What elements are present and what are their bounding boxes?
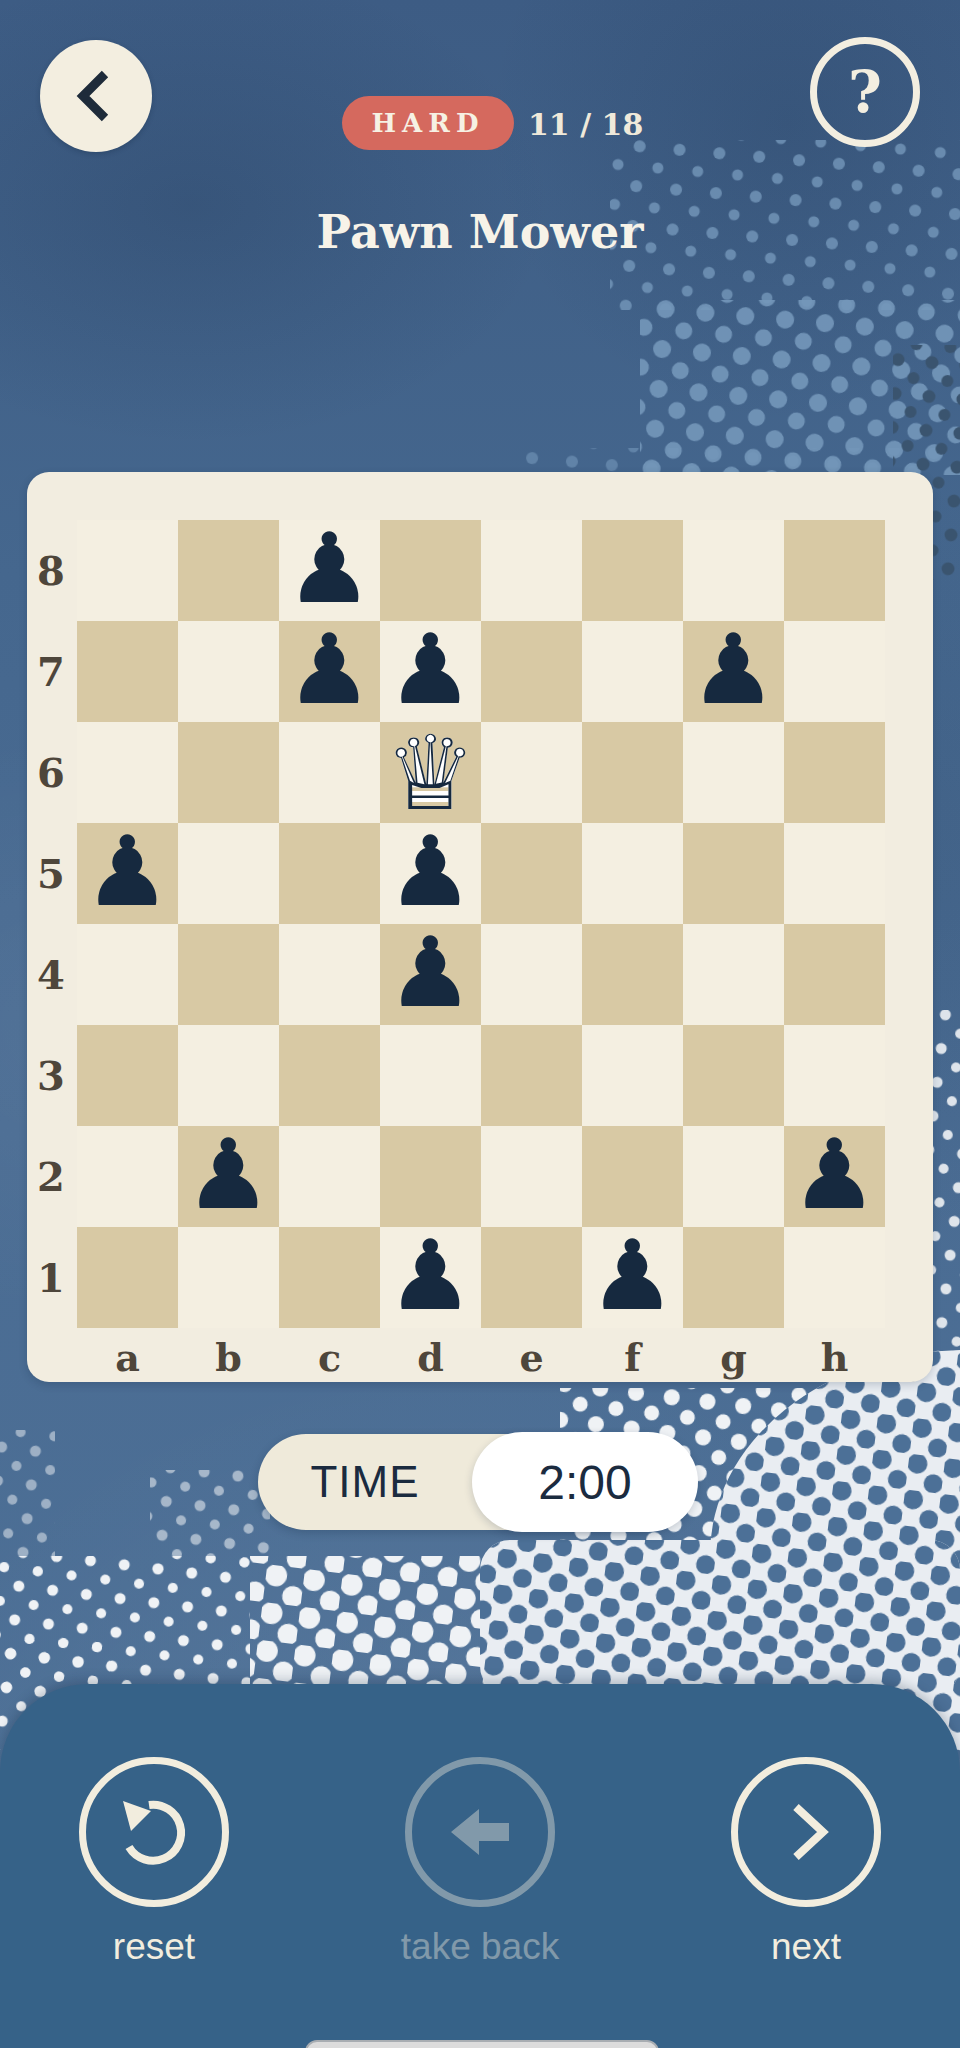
square-h2[interactable]: ♟ — [784, 1126, 885, 1227]
square-a7[interactable] — [77, 621, 178, 722]
square-e8[interactable] — [481, 520, 582, 621]
file-label-e: e — [481, 1336, 582, 1378]
square-e7[interactable] — [481, 621, 582, 722]
next-button[interactable] — [731, 1757, 881, 1907]
file-label-b: b — [178, 1336, 279, 1378]
file-label-c: c — [279, 1336, 380, 1378]
square-d6[interactable]: ♛♕ — [380, 722, 481, 823]
square-a8[interactable] — [77, 520, 178, 621]
black-pawn-d1[interactable]: ♟ — [387, 1225, 474, 1326]
black-pawn-a5[interactable]: ♟ — [84, 821, 171, 922]
square-d8[interactable] — [380, 520, 481, 621]
question-mark-icon: ? — [848, 58, 882, 126]
square-f2[interactable] — [582, 1126, 683, 1227]
next-label: next — [676, 1926, 936, 1968]
take-back-label: take back — [350, 1926, 610, 1968]
square-f6[interactable] — [582, 722, 683, 823]
square-g6[interactable] — [683, 722, 784, 823]
back-button[interactable] — [40, 40, 152, 152]
square-d4[interactable]: ♟ — [380, 924, 481, 1025]
square-f5[interactable] — [582, 823, 683, 924]
black-pawn-b2[interactable]: ♟ — [185, 1124, 272, 1225]
square-c7[interactable]: ♟ — [279, 621, 380, 722]
reset-label: reset — [24, 1926, 284, 1968]
square-c1[interactable] — [279, 1227, 380, 1328]
chevron-left-icon — [61, 61, 131, 131]
square-a3[interactable] — [77, 1025, 178, 1126]
square-f1[interactable]: ♟ — [582, 1227, 683, 1328]
square-e5[interactable] — [481, 823, 582, 924]
square-b3[interactable] — [178, 1025, 279, 1126]
square-g8[interactable] — [683, 520, 784, 621]
square-f3[interactable] — [582, 1025, 683, 1126]
square-h4[interactable] — [784, 924, 885, 1025]
square-c5[interactable] — [279, 823, 380, 924]
square-b5[interactable] — [178, 823, 279, 924]
puzzle-progress: 11 / 18 — [528, 102, 648, 146]
file-label-d: d — [380, 1336, 481, 1378]
square-b8[interactable] — [178, 520, 279, 621]
black-pawn-h2[interactable]: ♟ — [791, 1124, 878, 1225]
square-h7[interactable] — [784, 621, 885, 722]
square-b1[interactable] — [178, 1227, 279, 1328]
black-pawn-f1[interactable]: ♟ — [589, 1225, 676, 1326]
square-g1[interactable] — [683, 1227, 784, 1328]
white-queen-d6[interactable]: ♛♕ — [380, 722, 481, 823]
timer-label: TIME — [258, 1434, 472, 1530]
square-e6[interactable] — [481, 722, 582, 823]
queen-outline: ♕ — [380, 722, 481, 823]
square-h6[interactable] — [784, 722, 885, 823]
square-a4[interactable] — [77, 924, 178, 1025]
square-f8[interactable] — [582, 520, 683, 621]
square-d7[interactable]: ♟ — [380, 621, 481, 722]
square-a5[interactable]: ♟ — [77, 823, 178, 924]
square-b4[interactable] — [178, 924, 279, 1025]
square-h3[interactable] — [784, 1025, 885, 1126]
rank-label-1: 1 — [33, 1227, 69, 1328]
rank-label-4: 4 — [33, 924, 69, 1025]
square-f7[interactable] — [582, 621, 683, 722]
square-g4[interactable] — [683, 924, 784, 1025]
square-g2[interactable] — [683, 1126, 784, 1227]
square-g5[interactable] — [683, 823, 784, 924]
timer-value: 2:00 — [472, 1432, 698, 1532]
difficulty-badge: HARD — [342, 96, 514, 150]
rank-label-7: 7 — [33, 621, 69, 722]
reset-button[interactable] — [79, 1757, 229, 1907]
square-e2[interactable] — [481, 1126, 582, 1227]
square-c3[interactable] — [279, 1025, 380, 1126]
page-title: Pawn Mower — [0, 202, 960, 262]
square-g7[interactable]: ♟ — [683, 621, 784, 722]
difficulty-label: HARD — [372, 108, 485, 138]
square-b6[interactable] — [178, 722, 279, 823]
rank-label-6: 6 — [33, 722, 69, 823]
square-c4[interactable] — [279, 924, 380, 1025]
file-label-a: a — [77, 1336, 178, 1378]
square-h8[interactable] — [784, 520, 885, 621]
black-pawn-d7[interactable]: ♟ — [387, 619, 474, 720]
square-c2[interactable] — [279, 1126, 380, 1227]
square-d5[interactable]: ♟ — [380, 823, 481, 924]
black-pawn-d5[interactable]: ♟ — [387, 821, 474, 922]
square-d3[interactable] — [380, 1025, 481, 1126]
square-a6[interactable] — [77, 722, 178, 823]
file-label-g: g — [683, 1336, 784, 1378]
rank-label-2: 2 — [33, 1126, 69, 1227]
chess-board-panel: ♟♟♟♟♛♕♟♟♟♟♟♟♟ 87654321abcdefgh — [27, 472, 933, 1382]
square-e4[interactable] — [481, 924, 582, 1025]
square-f4[interactable] — [582, 924, 683, 1025]
reset-rotate-icon — [111, 1789, 197, 1875]
square-h1[interactable] — [784, 1227, 885, 1328]
black-pawn-c8[interactable]: ♟ — [286, 518, 373, 619]
file-label-f: f — [582, 1336, 683, 1378]
square-h5[interactable] — [784, 823, 885, 924]
square-b7[interactable] — [178, 621, 279, 722]
square-d1[interactable]: ♟ — [380, 1227, 481, 1328]
rank-label-5: 5 — [33, 823, 69, 924]
black-pawn-d4[interactable]: ♟ — [387, 922, 474, 1023]
square-c8[interactable]: ♟ — [279, 520, 380, 621]
black-pawn-g7[interactable]: ♟ — [690, 619, 777, 720]
square-a1[interactable] — [77, 1227, 178, 1328]
rank-label-8: 8 — [33, 520, 69, 621]
arrow-left-icon — [437, 1789, 523, 1875]
square-e1[interactable] — [481, 1227, 582, 1328]
take-back-button[interactable] — [405, 1757, 555, 1907]
square-d2[interactable] — [380, 1126, 481, 1227]
home-indicator[interactable] — [305, 2040, 659, 2048]
bottom-control-bar: reset take back next — [0, 1684, 960, 2048]
square-e3[interactable] — [481, 1025, 582, 1126]
square-g3[interactable] — [683, 1025, 784, 1126]
rank-label-3: 3 — [33, 1025, 69, 1126]
square-a2[interactable] — [77, 1126, 178, 1227]
file-label-h: h — [784, 1336, 885, 1378]
chess-board: ♟♟♟♟♛♕♟♟♟♟♟♟♟ — [77, 520, 885, 1328]
square-c6[interactable] — [279, 722, 380, 823]
square-b2[interactable]: ♟ — [178, 1126, 279, 1227]
help-button[interactable]: ? — [810, 37, 920, 147]
black-pawn-c7[interactable]: ♟ — [286, 619, 373, 720]
chevron-right-icon — [763, 1789, 849, 1875]
